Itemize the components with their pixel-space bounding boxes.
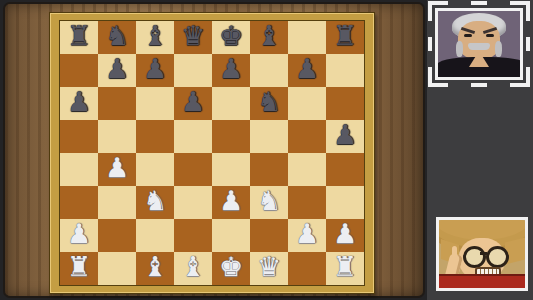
black-pawn-b7[interactable]: ♟ <box>105 55 129 82</box>
square-g2[interactable]: ♟ <box>288 219 326 252</box>
side-panel <box>427 0 533 300</box>
square-d7[interactable] <box>174 54 212 87</box>
white-knight-f3[interactable]: ♞ <box>257 187 281 214</box>
black-bishop-c8[interactable]: ♝ <box>143 22 167 49</box>
square-h5[interactable]: ♟ <box>326 120 364 153</box>
black-bishop-f8[interactable]: ♝ <box>257 22 281 49</box>
white-rook-a1[interactable]: ♜ <box>67 253 91 280</box>
turn-indicator-tab <box>471 83 487 87</box>
square-h8[interactable]: ♜ <box>326 21 364 54</box>
square-d3[interactable] <box>174 186 212 219</box>
square-e4[interactable] <box>212 153 250 186</box>
white-pawn-e3[interactable]: ♟ <box>219 187 243 214</box>
square-c7[interactable]: ♟ <box>136 54 174 87</box>
turn-indicator-tab <box>471 1 487 5</box>
square-b7[interactable]: ♟ <box>98 54 136 87</box>
black-knight-b8[interactable]: ♞ <box>105 22 129 49</box>
square-c5[interactable] <box>136 120 174 153</box>
black-king-e8[interactable]: ♚ <box>219 22 243 49</box>
square-a8[interactable]: ♜ <box>60 21 98 54</box>
glasses-icon <box>463 246 486 268</box>
board-panel: ♜♞♝♛♚♝♜♟♟♟♟♟♟♞♟♟♞♟♞♟♟♟♜♝♝♚♛♜ <box>0 0 427 300</box>
square-b2[interactable] <box>98 219 136 252</box>
square-e7[interactable]: ♟ <box>212 54 250 87</box>
square-c2[interactable] <box>136 219 174 252</box>
square-f8[interactable]: ♝ <box>250 21 288 54</box>
square-g4[interactable] <box>288 153 326 186</box>
square-b8[interactable]: ♞ <box>98 21 136 54</box>
square-h6[interactable] <box>326 87 364 120</box>
white-pawn-a2[interactable]: ♟ <box>67 220 91 247</box>
black-queen-d8[interactable]: ♛ <box>181 22 205 49</box>
square-g5[interactable] <box>288 120 326 153</box>
square-c6[interactable] <box>136 87 174 120</box>
black-pawn-e7[interactable]: ♟ <box>219 55 243 82</box>
square-e1[interactable]: ♚ <box>212 252 250 285</box>
white-pawn-g2[interactable]: ♟ <box>295 220 319 247</box>
white-king-e1[interactable]: ♚ <box>219 253 243 280</box>
square-f5[interactable] <box>250 120 288 153</box>
square-f2[interactable] <box>250 219 288 252</box>
square-a7[interactable] <box>60 54 98 87</box>
square-f4[interactable] <box>250 153 288 186</box>
opponent-avatar <box>435 8 523 80</box>
square-g6[interactable] <box>288 87 326 120</box>
square-b5[interactable] <box>98 120 136 153</box>
square-g1[interactable] <box>288 252 326 285</box>
square-f6[interactable]: ♞ <box>250 87 288 120</box>
square-e5[interactable] <box>212 120 250 153</box>
turn-indicator-tab <box>428 37 432 51</box>
square-e8[interactable]: ♚ <box>212 21 250 54</box>
black-pawn-h5[interactable]: ♟ <box>333 121 357 148</box>
square-a2[interactable]: ♟ <box>60 219 98 252</box>
square-e3[interactable]: ♟ <box>212 186 250 219</box>
square-a1[interactable]: ♜ <box>60 252 98 285</box>
square-c3[interactable]: ♞ <box>136 186 174 219</box>
opponent-portrait <box>435 8 523 80</box>
square-d6[interactable]: ♟ <box>174 87 212 120</box>
square-f3[interactable]: ♞ <box>250 186 288 219</box>
square-b1[interactable] <box>98 252 136 285</box>
square-h7[interactable] <box>326 54 364 87</box>
square-b4[interactable]: ♟ <box>98 153 136 186</box>
square-f7[interactable] <box>250 54 288 87</box>
glasses-icon <box>486 246 509 268</box>
square-a4[interactable] <box>60 153 98 186</box>
square-b6[interactable] <box>98 87 136 120</box>
square-c8[interactable]: ♝ <box>136 21 174 54</box>
square-h4[interactable] <box>326 153 364 186</box>
square-c1[interactable]: ♝ <box>136 252 174 285</box>
square-f1[interactable]: ♛ <box>250 252 288 285</box>
square-d4[interactable] <box>174 153 212 186</box>
square-e2[interactable] <box>212 219 250 252</box>
white-bishop-c1[interactable]: ♝ <box>143 253 167 280</box>
square-d8[interactable]: ♛ <box>174 21 212 54</box>
square-b3[interactable] <box>98 186 136 219</box>
square-a6[interactable]: ♟ <box>60 87 98 120</box>
black-pawn-a6[interactable]: ♟ <box>67 88 91 115</box>
black-rook-h8[interactable]: ♜ <box>333 22 357 49</box>
white-rook-h1[interactable]: ♜ <box>333 253 357 280</box>
white-bishop-d1[interactable]: ♝ <box>181 253 205 280</box>
game-screen: ♜♞♝♛♚♝♜♟♟♟♟♟♟♞♟♟♞♟♞♟♟♟♜♝♝♚♛♜ <box>0 0 533 300</box>
square-h2[interactable]: ♟ <box>326 219 364 252</box>
square-g7[interactable]: ♟ <box>288 54 326 87</box>
black-knight-f6[interactable]: ♞ <box>257 88 281 115</box>
black-pawn-d6[interactable]: ♟ <box>181 88 205 115</box>
white-pawn-b4[interactable]: ♟ <box>105 154 129 181</box>
square-a5[interactable] <box>60 120 98 153</box>
black-rook-a8[interactable]: ♜ <box>67 22 91 49</box>
white-knight-c3[interactable]: ♞ <box>143 187 167 214</box>
black-pawn-g7[interactable]: ♟ <box>295 55 319 82</box>
white-queen-f1[interactable]: ♛ <box>257 253 281 280</box>
white-pawn-h2[interactable]: ♟ <box>333 220 357 247</box>
player-shirt <box>437 274 528 290</box>
turn-indicator-tab <box>526 37 530 51</box>
player-portrait <box>436 217 528 291</box>
square-g8[interactable] <box>288 21 326 54</box>
square-e6[interactable] <box>212 87 250 120</box>
square-g3[interactable] <box>288 186 326 219</box>
square-h1[interactable]: ♜ <box>326 252 364 285</box>
square-d1[interactable]: ♝ <box>174 252 212 285</box>
square-h3[interactable] <box>326 186 364 219</box>
square-d5[interactable] <box>174 120 212 153</box>
square-d2[interactable] <box>174 219 212 252</box>
black-pawn-c7[interactable]: ♟ <box>143 55 167 82</box>
square-a3[interactable] <box>60 186 98 219</box>
chess-board[interactable]: ♜♞♝♛♚♝♜♟♟♟♟♟♟♞♟♟♞♟♞♟♟♟♜♝♝♚♛♜ <box>59 20 365 286</box>
board-frame: ♜♞♝♛♚♝♜♟♟♟♟♟♟♞♟♟♞♟♞♟♟♟♜♝♝♚♛♜ <box>49 12 375 294</box>
square-c4[interactable] <box>136 153 174 186</box>
